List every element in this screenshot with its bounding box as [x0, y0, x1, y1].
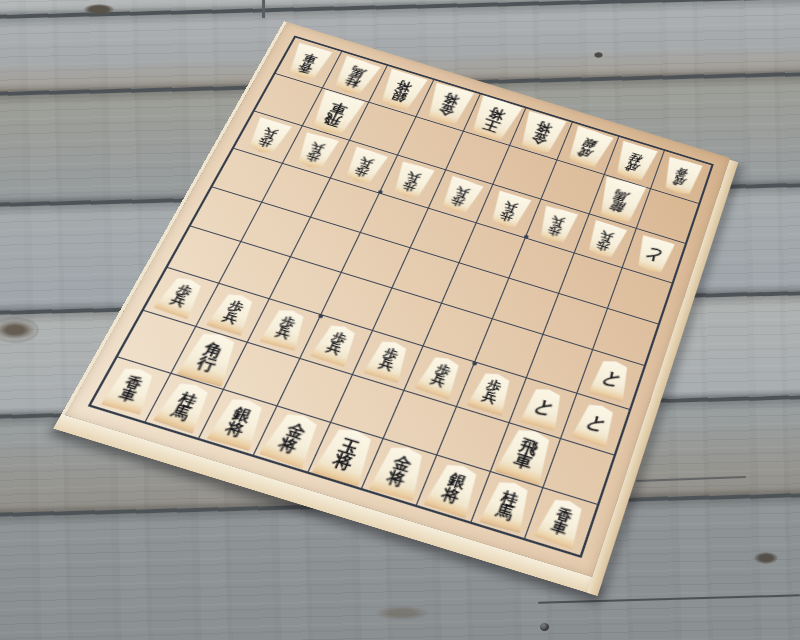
piece-kanji: 香車 [117, 374, 144, 403]
piece-sente-pawn[interactable]: 歩兵 [258, 306, 310, 351]
wood-knot [754, 552, 778, 564]
piece-kanji: 金将 [436, 92, 460, 118]
piece-kanji: 歩兵 [480, 379, 502, 405]
piece-gote-pawn[interactable]: 歩兵 [340, 146, 389, 187]
wood-knot [84, 4, 114, 15]
piece-kanji: と [643, 246, 665, 265]
piece-kanji: 歩兵 [450, 184, 472, 207]
piece-gote-pawn[interactable]: 歩兵 [389, 161, 437, 202]
piece-kanji: 成銀 [578, 137, 599, 159]
piece-sente-pawn[interactable]: 歩兵 [309, 321, 362, 368]
piece-gote-pawn[interactable]: 歩兵 [535, 205, 580, 246]
piece-gote-tokin[interactable]: と [632, 235, 676, 277]
piece-kanji: 歩兵 [499, 199, 519, 222]
piece-kanji: 銀将 [389, 79, 413, 104]
piece-kanji: 金将 [386, 455, 414, 489]
piece-kanji: 玉将 [330, 437, 361, 473]
piece-gote-lance[interactable]: 香車 [283, 42, 334, 82]
piece-kanji: 飛車 [322, 100, 349, 127]
piece-kanji: と [583, 413, 608, 435]
piece-kanji: 歩兵 [220, 300, 244, 326]
piece-kanji: 角行 [194, 341, 225, 374]
piece-kanji: と [531, 398, 555, 419]
piece-kanji: 王将 [482, 106, 508, 134]
piece-kanji: 成桂 [625, 152, 644, 174]
piece-kanji: 香車 [549, 506, 574, 537]
piece-sente-pawn[interactable]: 歩兵 [362, 337, 414, 383]
piece-gote-pawn[interactable]: 歩兵 [243, 117, 293, 157]
piece-kanji: 桂馬 [170, 390, 200, 421]
piece-kanji: 飛車 [511, 437, 540, 472]
piece-sente-pawn[interactable]: 歩兵 [153, 274, 209, 320]
piece-kanji: 龍馬 [610, 189, 630, 214]
photo-stage: 香車桂馬銀将金将王将金将成銀成桂成香飛車龍馬歩兵歩兵歩兵歩兵歩兵歩兵歩兵歩兵とと… [0, 0, 800, 640]
piece-kanji: 歩兵 [168, 284, 194, 310]
piece-kanji: 成香 [673, 167, 690, 188]
plank-seam [262, 0, 265, 18]
piece-kanji: 歩兵 [402, 170, 423, 193]
piece-gote-pawn[interactable]: 歩兵 [486, 190, 533, 231]
piece-kanji: 歩兵 [306, 140, 327, 162]
piece-gote-pawn[interactable]: 歩兵 [292, 132, 340, 172]
wood-speck [594, 52, 603, 58]
piece-sente-pawn[interactable]: 歩兵 [466, 369, 517, 416]
wood-knot [376, 606, 428, 620]
piece-kanji: 銀将 [440, 471, 468, 504]
piece-sente-knight[interactable]: 桂馬 [478, 477, 536, 533]
piece-kanji: 歩兵 [428, 363, 451, 389]
piece-kanji: 銀将 [224, 406, 253, 438]
piece-sente-pawn[interactable]: 歩兵 [413, 353, 465, 401]
piece-kanji: 歩兵 [353, 155, 375, 178]
piece-gote-pawn[interactable]: 歩兵 [582, 219, 628, 261]
piece-sente-pawn[interactable]: 歩兵 [205, 290, 259, 336]
piece-gote-promoted_lance[interactable]: 成香 [659, 156, 704, 198]
piece-sente-tokin[interactable]: と [571, 400, 621, 448]
piece-sente-tokin[interactable]: と [588, 357, 635, 402]
piece-kanji: 歩兵 [273, 316, 296, 342]
piece-kanji: 桂馬 [495, 489, 520, 521]
piece-kanji: 歩兵 [324, 332, 348, 358]
piece-kanji: と [599, 369, 623, 389]
piece-sente-tokin[interactable]: と [519, 385, 568, 431]
piece-kanji: 桂馬 [343, 65, 367, 89]
piece-kanji: 歩兵 [596, 229, 616, 252]
piece-sente-lance[interactable]: 香車 [533, 494, 590, 550]
piece-kanji: 金将 [277, 422, 308, 456]
piece-gote-promoted_knight[interactable]: 成桂 [610, 141, 659, 185]
screw [540, 623, 549, 631]
piece-kanji: 歩兵 [257, 126, 279, 148]
piece-kanji: 香車 [297, 51, 320, 73]
piece-kanji: 歩兵 [377, 347, 400, 373]
piece-gote-pawn[interactable]: 歩兵 [436, 175, 485, 217]
piece-kanji: 金将 [530, 121, 553, 147]
piece-kanji: 歩兵 [548, 214, 567, 237]
